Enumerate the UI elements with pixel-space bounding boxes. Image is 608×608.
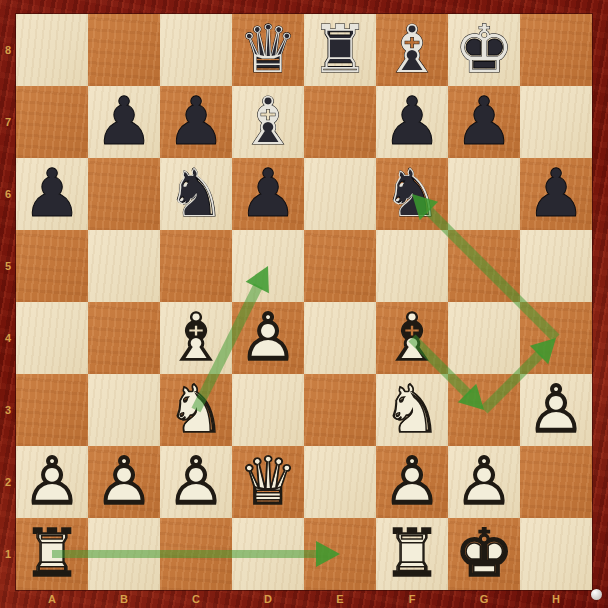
square-b1[interactable] [88, 518, 160, 590]
file-label-e: E [304, 590, 376, 608]
square-e7[interactable] [304, 86, 376, 158]
square-f7[interactable]: ♟ [376, 86, 448, 158]
square-d6[interactable]: ♟ [232, 158, 304, 230]
square-b7[interactable]: ♟ [88, 86, 160, 158]
rank-labels: 87654321 [0, 14, 16, 590]
square-h3[interactable]: ♟♙ [520, 374, 592, 446]
square-c4[interactable]: ♝♗ [160, 302, 232, 374]
piece-white-pawn[interactable]: ♟♙ [160, 446, 232, 518]
file-label-a: A [16, 590, 88, 608]
file-label-d: D [232, 590, 304, 608]
square-a6[interactable]: ♟ [16, 158, 88, 230]
square-h2[interactable] [520, 446, 592, 518]
square-a5[interactable] [16, 230, 88, 302]
file-label-h: H [520, 590, 592, 608]
square-e8[interactable]: ♜♖ [304, 14, 376, 86]
square-h7[interactable] [520, 86, 592, 158]
file-label-c: C [160, 590, 232, 608]
square-f6[interactable]: ♞♘ [376, 158, 448, 230]
file-label-b: B [88, 590, 160, 608]
file-labels: ABCDEFGH [16, 590, 592, 608]
square-b6[interactable] [88, 158, 160, 230]
piece-white-rook[interactable]: ♜♖ [16, 518, 88, 590]
square-b8[interactable] [88, 14, 160, 86]
square-d2[interactable]: ♛♕ [232, 446, 304, 518]
square-c3[interactable]: ♞♘ [160, 374, 232, 446]
piece-white-knight[interactable]: ♞♘ [160, 374, 232, 446]
square-f2[interactable]: ♟♙ [376, 446, 448, 518]
square-e1[interactable] [304, 518, 376, 590]
piece-white-pawn[interactable]: ♟♙ [16, 446, 88, 518]
square-f3[interactable]: ♞♘ [376, 374, 448, 446]
piece-black-pawn[interactable]: ♟ [16, 158, 88, 230]
square-e4[interactable] [304, 302, 376, 374]
square-e5[interactable] [304, 230, 376, 302]
piece-black-knight[interactable]: ♞♘ [376, 158, 448, 230]
corner-dot-icon [591, 589, 602, 600]
rank-label-6: 6 [0, 158, 16, 230]
square-a8[interactable] [16, 14, 88, 86]
rank-label-8: 8 [0, 14, 16, 86]
piece-black-bishop[interactable]: ♝♗ [232, 86, 304, 158]
square-g1[interactable]: ♚♔ [448, 518, 520, 590]
piece-black-pawn[interactable]: ♟ [232, 158, 304, 230]
piece-white-queen[interactable]: ♛♕ [232, 446, 304, 518]
square-a4[interactable] [16, 302, 88, 374]
piece-black-pawn[interactable]: ♟ [376, 86, 448, 158]
rank-label-4: 4 [0, 302, 16, 374]
square-g8[interactable]: ♚♔ [448, 14, 520, 86]
square-d3[interactable] [232, 374, 304, 446]
rank-label-2: 2 [0, 446, 16, 518]
square-c8[interactable] [160, 14, 232, 86]
piece-white-pawn[interactable]: ♟♙ [520, 374, 592, 446]
piece-black-rook[interactable]: ♜♖ [304, 14, 376, 86]
square-f8[interactable]: ♝♗ [376, 14, 448, 86]
piece-white-pawn[interactable]: ♟♙ [448, 446, 520, 518]
square-d4[interactable]: ♟♙ [232, 302, 304, 374]
square-e6[interactable] [304, 158, 376, 230]
square-g4[interactable] [448, 302, 520, 374]
square-b5[interactable] [88, 230, 160, 302]
square-d7[interactable]: ♝♗ [232, 86, 304, 158]
board: ♛♕♜♖♝♗♚♔♟♟♝♗♟♟♟♞♘♟♞♘♟♝♗♟♙♝♗♞♘♞♘♟♙♟♙♟♙♟♙♛… [16, 14, 592, 590]
square-f4[interactable]: ♝♗ [376, 302, 448, 374]
piece-white-bishop[interactable]: ♝♗ [376, 302, 448, 374]
square-c5[interactable] [160, 230, 232, 302]
piece-black-pawn[interactable]: ♟ [88, 86, 160, 158]
square-h6[interactable]: ♟ [520, 158, 592, 230]
square-h4[interactable] [520, 302, 592, 374]
square-c7[interactable]: ♟ [160, 86, 232, 158]
square-g5[interactable] [448, 230, 520, 302]
piece-black-king[interactable]: ♚♔ [448, 14, 520, 86]
piece-white-bishop[interactable]: ♝♗ [160, 302, 232, 374]
square-a3[interactable] [16, 374, 88, 446]
square-b2[interactable]: ♟♙ [88, 446, 160, 518]
rank-label-1: 1 [0, 518, 16, 590]
file-label-f: F [376, 590, 448, 608]
square-h8[interactable] [520, 14, 592, 86]
rank-label-7: 7 [0, 86, 16, 158]
square-d5[interactable] [232, 230, 304, 302]
piece-white-knight[interactable]: ♞♘ [376, 374, 448, 446]
square-g7[interactable]: ♟ [448, 86, 520, 158]
piece-white-pawn[interactable]: ♟♙ [88, 446, 160, 518]
piece-black-pawn[interactable]: ♟ [448, 86, 520, 158]
square-a7[interactable] [16, 86, 88, 158]
square-a1[interactable]: ♜♖ [16, 518, 88, 590]
square-f1[interactable]: ♜♖ [376, 518, 448, 590]
piece-black-knight[interactable]: ♞♘ [160, 158, 232, 230]
square-e3[interactable] [304, 374, 376, 446]
piece-black-pawn[interactable]: ♟ [160, 86, 232, 158]
piece-white-rook[interactable]: ♜♖ [376, 518, 448, 590]
square-e2[interactable] [304, 446, 376, 518]
square-c6[interactable]: ♞♘ [160, 158, 232, 230]
square-h5[interactable] [520, 230, 592, 302]
rank-label-3: 3 [0, 374, 16, 446]
square-h1[interactable] [520, 518, 592, 590]
board-frame: 87654321 ABCDEFGH ♛♕♜♖♝♗♚♔♟♟♝♗♟♟♟♞♘♟♞♘♟♝… [0, 0, 608, 608]
piece-black-queen[interactable]: ♛♕ [232, 14, 304, 86]
rank-label-5: 5 [0, 230, 16, 302]
square-c2[interactable]: ♟♙ [160, 446, 232, 518]
piece-white-king[interactable]: ♚♔ [448, 518, 520, 590]
square-a2[interactable]: ♟♙ [16, 446, 88, 518]
square-g6[interactable] [448, 158, 520, 230]
file-label-g: G [448, 590, 520, 608]
piece-white-pawn[interactable]: ♟♙ [376, 446, 448, 518]
square-d8[interactable]: ♛♕ [232, 14, 304, 86]
square-b4[interactable] [88, 302, 160, 374]
square-d1[interactable] [232, 518, 304, 590]
piece-white-pawn[interactable]: ♟♙ [232, 302, 304, 374]
square-g2[interactable]: ♟♙ [448, 446, 520, 518]
square-b3[interactable] [88, 374, 160, 446]
square-f5[interactable] [376, 230, 448, 302]
piece-black-pawn[interactable]: ♟ [520, 158, 592, 230]
piece-black-bishop[interactable]: ♝♗ [376, 14, 448, 86]
square-g3[interactable] [448, 374, 520, 446]
square-c1[interactable] [160, 518, 232, 590]
